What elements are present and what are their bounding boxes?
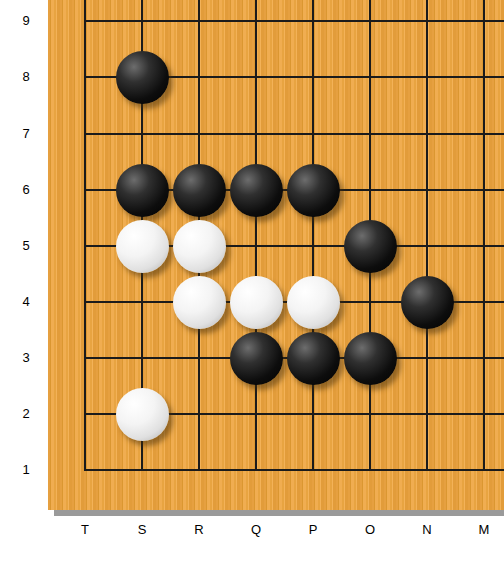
black-stone-N4[interactable] xyxy=(401,276,454,329)
grid-line-horizontal-9 xyxy=(84,20,504,22)
col-label-M: M xyxy=(469,521,499,539)
white-stone-Q4[interactable] xyxy=(230,276,283,329)
row-label-1: 1 xyxy=(11,461,41,479)
black-stone-Q3[interactable] xyxy=(230,332,283,385)
row-label-3: 3 xyxy=(11,349,41,367)
grid-line-vertical-Q xyxy=(255,0,257,471)
grid-line-horizontal-1 xyxy=(84,469,504,471)
black-stone-P6[interactable] xyxy=(287,164,340,217)
black-stone-R6[interactable] xyxy=(173,164,226,217)
board-edge-shadow xyxy=(54,510,504,516)
row-label-6: 6 xyxy=(11,181,41,199)
grid-line-vertical-T xyxy=(84,0,86,471)
black-stone-O3[interactable] xyxy=(344,332,397,385)
white-stone-R4[interactable] xyxy=(173,276,226,329)
col-label-P: P xyxy=(298,521,328,539)
white-stone-S5[interactable] xyxy=(116,220,169,273)
white-stone-S2[interactable] xyxy=(116,388,169,441)
black-stone-S6[interactable] xyxy=(116,164,169,217)
row-label-4: 4 xyxy=(11,293,41,311)
row-label-7: 7 xyxy=(11,125,41,143)
white-stone-P4[interactable] xyxy=(287,276,340,329)
col-label-N: N xyxy=(412,521,442,539)
grid-line-horizontal-7 xyxy=(84,133,504,135)
col-label-O: O xyxy=(355,521,385,539)
row-label-2: 2 xyxy=(11,405,41,423)
col-label-Q: Q xyxy=(241,521,271,539)
go-board-screen: 987654321 TSRQPONM xyxy=(0,0,504,564)
black-stone-S8[interactable] xyxy=(116,51,169,104)
row-label-8: 8 xyxy=(11,68,41,86)
grid-line-vertical-M xyxy=(483,0,485,471)
row-label-9: 9 xyxy=(11,12,41,30)
row-label-5: 5 xyxy=(11,237,41,255)
grid-line-vertical-N xyxy=(426,0,428,471)
col-label-R: R xyxy=(184,521,214,539)
col-label-S: S xyxy=(127,521,157,539)
white-stone-R5[interactable] xyxy=(173,220,226,273)
grid-line-vertical-P xyxy=(312,0,314,471)
black-stone-P3[interactable] xyxy=(287,332,340,385)
black-stone-O5[interactable] xyxy=(344,220,397,273)
col-label-T: T xyxy=(70,521,100,539)
black-stone-Q6[interactable] xyxy=(230,164,283,217)
